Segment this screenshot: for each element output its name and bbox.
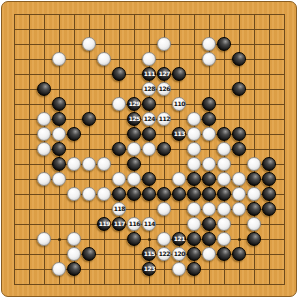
white-stone[interactable] — [202, 247, 216, 261]
black-stone[interactable] — [187, 232, 201, 246]
white-stone[interactable]: 122 — [157, 247, 171, 261]
move-number-label: 118 — [114, 202, 125, 216]
white-stone[interactable] — [247, 217, 261, 231]
white-stone[interactable] — [97, 157, 111, 171]
black-stone[interactable]: 113 — [172, 127, 186, 141]
white-stone[interactable] — [172, 262, 186, 276]
black-stone[interactable] — [232, 82, 246, 96]
black-stone[interactable]: 119 — [97, 217, 111, 231]
black-stone[interactable] — [52, 157, 66, 171]
white-stone[interactable]: 110 — [172, 97, 186, 111]
black-stone[interactable] — [187, 172, 201, 186]
white-stone[interactable]: 116 — [127, 217, 141, 231]
black-stone[interactable] — [217, 37, 231, 51]
grid-line-h — [14, 284, 285, 285]
black-stone[interactable] — [127, 232, 141, 246]
black-stone[interactable] — [187, 187, 201, 201]
white-stone[interactable] — [142, 52, 156, 66]
go-board[interactable]: 1111271281261291101251241121131181191171… — [1, 1, 297, 297]
white-stone[interactable]: 124 — [142, 112, 156, 126]
black-stone[interactable] — [247, 172, 261, 186]
black-stone[interactable] — [157, 142, 171, 156]
black-stone[interactable] — [67, 127, 81, 141]
black-stone[interactable] — [67, 262, 81, 276]
black-stone[interactable] — [217, 127, 231, 141]
white-stone[interactable] — [187, 202, 201, 216]
black-stone[interactable] — [172, 67, 186, 81]
white-stone[interactable] — [232, 187, 246, 201]
black-stone[interactable] — [127, 127, 141, 141]
black-stone[interactable] — [82, 247, 96, 261]
white-stone[interactable] — [202, 127, 216, 141]
grid-line-v — [284, 14, 285, 285]
white-stone[interactable] — [217, 172, 231, 186]
black-stone[interactable] — [262, 172, 276, 186]
white-stone[interactable] — [67, 187, 81, 201]
white-stone[interactable] — [67, 157, 81, 171]
grid-line-v — [269, 14, 270, 285]
black-stone[interactable]: 115 — [142, 247, 156, 261]
white-stone[interactable] — [112, 97, 126, 111]
move-number-label: 124 — [144, 112, 155, 126]
black-stone[interactable]: 127 — [157, 67, 171, 81]
black-stone[interactable] — [52, 142, 66, 156]
black-stone[interactable] — [202, 232, 216, 246]
move-number-label: 114 — [144, 217, 155, 231]
white-stone[interactable] — [247, 157, 261, 171]
white-stone[interactable] — [232, 202, 246, 216]
white-stone[interactable] — [97, 52, 111, 66]
white-stone[interactable] — [172, 172, 186, 186]
black-stone[interactable] — [217, 187, 231, 201]
black-stone[interactable] — [187, 262, 201, 276]
white-stone[interactable] — [202, 37, 216, 51]
black-stone[interactable]: 123 — [142, 262, 156, 276]
white-stone[interactable] — [157, 202, 171, 216]
black-stone[interactable] — [202, 217, 216, 231]
move-number-label: 117 — [114, 217, 125, 231]
white-stone[interactable] — [202, 52, 216, 66]
white-stone[interactable]: 120 — [172, 247, 186, 261]
white-stone[interactable] — [142, 142, 156, 156]
white-stone[interactable] — [187, 112, 201, 126]
white-stone[interactable] — [67, 232, 81, 246]
black-stone[interactable] — [187, 247, 201, 261]
move-number-label: 119 — [99, 217, 110, 231]
go-diagram-page: 1111271281261291101251241121131181191171… — [0, 0, 300, 300]
white-stone[interactable] — [202, 202, 216, 216]
white-stone[interactable] — [82, 157, 96, 171]
white-stone[interactable] — [52, 172, 66, 186]
move-number-label: 115 — [144, 247, 155, 261]
move-number-label: 122 — [159, 247, 170, 261]
move-number-label: 121 — [174, 232, 185, 246]
white-stone[interactable] — [187, 142, 201, 156]
black-stone[interactable] — [262, 157, 276, 171]
hoshi-point — [58, 238, 61, 241]
black-stone[interactable] — [52, 97, 66, 111]
white-stone[interactable]: 112 — [157, 112, 171, 126]
white-stone[interactable] — [217, 232, 231, 246]
move-number-label: 123 — [144, 262, 155, 276]
black-stone[interactable]: 125 — [127, 112, 141, 126]
white-stone[interactable] — [37, 127, 51, 141]
white-stone[interactable] — [187, 157, 201, 171]
white-stone[interactable] — [37, 232, 51, 246]
white-stone[interactable] — [187, 127, 201, 141]
black-stone[interactable] — [142, 172, 156, 186]
black-stone[interactable] — [112, 67, 126, 81]
black-stone[interactable] — [142, 127, 156, 141]
white-stone[interactable] — [37, 172, 51, 186]
white-stone[interactable] — [97, 187, 111, 201]
white-stone[interactable] — [52, 52, 66, 66]
white-stone[interactable] — [232, 172, 246, 186]
black-stone[interactable]: 121 — [172, 232, 186, 246]
black-stone[interactable] — [112, 142, 126, 156]
white-stone[interactable] — [67, 247, 81, 261]
white-stone[interactable]: 118 — [112, 202, 126, 216]
black-stone[interactable] — [52, 112, 66, 126]
move-number-label: 116 — [129, 217, 140, 231]
black-stone[interactable]: 117 — [112, 217, 126, 231]
black-stone[interactable] — [37, 82, 51, 96]
move-number-label: 129 — [129, 97, 140, 111]
black-stone[interactable] — [142, 187, 156, 201]
white-stone[interactable] — [217, 142, 231, 156]
black-stone[interactable] — [232, 247, 246, 261]
white-stone[interactable] — [217, 217, 231, 231]
white-stone[interactable] — [37, 112, 51, 126]
hoshi-point — [238, 238, 241, 241]
move-number-label: 113 — [174, 127, 185, 141]
white-stone[interactable] — [157, 37, 171, 51]
black-stone[interactable] — [232, 52, 246, 66]
white-stone[interactable] — [217, 202, 231, 216]
black-stone[interactable] — [232, 127, 246, 141]
white-stone[interactable] — [82, 187, 96, 201]
black-stone[interactable]: 111 — [142, 67, 156, 81]
white-stone[interactable]: 126 — [157, 82, 171, 96]
move-number-label: 128 — [144, 82, 155, 96]
black-stone[interactable] — [262, 202, 276, 216]
black-stone[interactable] — [262, 187, 276, 201]
white-stone[interactable] — [52, 127, 66, 141]
white-stone[interactable] — [82, 37, 96, 51]
black-stone[interactable] — [202, 112, 216, 126]
move-number-label: 112 — [159, 112, 170, 126]
black-stone[interactable] — [157, 187, 171, 201]
white-stone[interactable] — [247, 187, 261, 201]
black-stone[interactable] — [232, 142, 246, 156]
black-stone[interactable] — [172, 187, 186, 201]
black-stone[interactable] — [247, 202, 261, 216]
black-stone[interactable] — [217, 247, 231, 261]
black-stone[interactable]: 129 — [127, 97, 141, 111]
black-stone[interactable] — [202, 187, 216, 201]
move-number-label: 111 — [144, 67, 155, 81]
white-stone[interactable]: 114 — [142, 217, 156, 231]
hoshi-point — [148, 238, 151, 241]
black-stone[interactable] — [112, 187, 126, 201]
white-stone[interactable] — [217, 157, 231, 171]
move-number-label: 126 — [159, 82, 170, 96]
white-stone[interactable] — [187, 217, 201, 231]
black-stone[interactable] — [127, 187, 141, 201]
move-number-label: 125 — [129, 112, 140, 126]
white-stone[interactable] — [37, 142, 51, 156]
move-number-label: 120 — [174, 247, 185, 261]
white-stone[interactable] — [127, 172, 141, 186]
white-stone[interactable] — [112, 172, 126, 186]
white-stone[interactable] — [52, 262, 66, 276]
black-stone[interactable] — [247, 232, 261, 246]
move-number-label: 110 — [174, 97, 185, 111]
black-stone[interactable] — [142, 97, 156, 111]
white-stone[interactable]: 128 — [142, 82, 156, 96]
black-stone[interactable] — [127, 157, 141, 171]
white-stone[interactable] — [127, 142, 141, 156]
black-stone[interactable] — [202, 97, 216, 111]
black-stone[interactable] — [82, 112, 96, 126]
white-stone[interactable] — [202, 157, 216, 171]
white-stone[interactable] — [157, 232, 171, 246]
move-number-label: 127 — [159, 67, 170, 81]
black-stone[interactable] — [202, 172, 216, 186]
